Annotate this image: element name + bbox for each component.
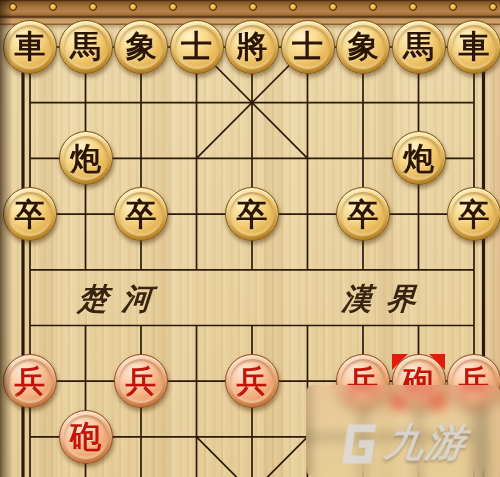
piece-black-horse[interactable]: 馬 bbox=[391, 19, 447, 75]
rivet-icon bbox=[369, 3, 377, 11]
piece-character: 象 bbox=[114, 20, 168, 74]
piece-character: 車 bbox=[3, 20, 57, 74]
rivet-icon bbox=[129, 3, 137, 11]
piece-character: 炮 bbox=[392, 131, 446, 185]
piece-character: 卒 bbox=[225, 187, 279, 241]
piece-character: 卒 bbox=[336, 187, 390, 241]
piece-character: 士 bbox=[170, 20, 224, 74]
rivet-icon bbox=[89, 3, 97, 11]
rivet-icon bbox=[329, 3, 337, 11]
piece-red-soldier[interactable]: 兵 bbox=[2, 353, 58, 409]
rivet-icon bbox=[409, 3, 417, 11]
watermark-logo: 九游 bbox=[334, 416, 471, 470]
piece-character: 卒 bbox=[447, 187, 500, 241]
piece-red-soldier[interactable]: 兵 bbox=[224, 353, 280, 409]
piece-character: 炮 bbox=[59, 131, 113, 185]
piece-character: 兵 bbox=[114, 354, 168, 408]
rivet-icon bbox=[169, 3, 177, 11]
piece-black-advisor[interactable]: 士 bbox=[169, 19, 225, 75]
piece-black-soldier[interactable]: 卒 bbox=[224, 186, 280, 242]
piece-black-advisor[interactable]: 士 bbox=[280, 19, 336, 75]
piece-black-elephant[interactable]: 象 bbox=[335, 19, 391, 75]
piece-black-soldier[interactable]: 卒 bbox=[2, 186, 58, 242]
watermark-g-icon bbox=[335, 420, 381, 466]
rivet-icon bbox=[289, 3, 297, 11]
piece-character: 士 bbox=[281, 20, 335, 74]
rivet-icon bbox=[489, 3, 497, 11]
piece-character: 卒 bbox=[3, 187, 57, 241]
piece-character: 卒 bbox=[114, 187, 168, 241]
rivet-icon bbox=[449, 3, 457, 11]
piece-character: 將 bbox=[225, 20, 279, 74]
piece-character: 兵 bbox=[3, 354, 57, 408]
piece-black-soldier[interactable]: 卒 bbox=[113, 186, 169, 242]
piece-black-general[interactable]: 將 bbox=[224, 19, 280, 75]
piece-black-soldier[interactable]: 卒 bbox=[446, 186, 500, 242]
piece-character: 砲 bbox=[59, 410, 113, 464]
piece-character: 車 bbox=[447, 20, 500, 74]
rivet-icon bbox=[9, 3, 17, 11]
rivet-icon bbox=[49, 3, 57, 11]
piece-character: 馬 bbox=[392, 20, 446, 74]
piece-black-horse[interactable]: 馬 bbox=[58, 19, 114, 75]
piece-black-chariot[interactable]: 車 bbox=[2, 19, 58, 75]
piece-red-soldier[interactable]: 兵 bbox=[113, 353, 169, 409]
piece-black-soldier[interactable]: 卒 bbox=[335, 186, 391, 242]
piece-black-chariot[interactable]: 車 bbox=[446, 19, 500, 75]
piece-character: 象 bbox=[336, 20, 390, 74]
piece-character: 兵 bbox=[225, 354, 279, 408]
piece-black-cannon[interactable]: 炮 bbox=[391, 131, 447, 187]
piece-red-cannon[interactable]: 砲 bbox=[58, 409, 114, 465]
piece-character: 馬 bbox=[59, 20, 113, 74]
watermark-text: 九游 bbox=[381, 416, 471, 470]
rivet-icon bbox=[249, 3, 257, 11]
piece-black-cannon[interactable]: 炮 bbox=[58, 131, 114, 187]
rivet-icon bbox=[209, 3, 217, 11]
piece-black-elephant[interactable]: 象 bbox=[113, 19, 169, 75]
